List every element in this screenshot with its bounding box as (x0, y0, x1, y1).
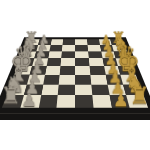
board-square[interactable] (48, 51, 62, 58)
board-square[interactable] (89, 58, 104, 66)
board-square[interactable] (38, 95, 57, 107)
board-square[interactable] (61, 51, 75, 58)
board-square[interactable] (89, 66, 105, 75)
board-square[interactable] (45, 66, 61, 75)
board-square[interactable] (75, 95, 93, 107)
board-square[interactable] (60, 66, 75, 75)
board-square[interactable] (41, 84, 59, 95)
chess-piece-wr[interactable]: ♜ (1, 85, 22, 107)
board-square[interactable] (61, 58, 75, 66)
board-square[interactable] (43, 75, 60, 85)
chess-piece-bp[interactable]: ♟ (113, 91, 129, 108)
board-square[interactable] (75, 66, 90, 75)
board-square[interactable] (46, 58, 61, 66)
board-square[interactable] (92, 95, 111, 107)
board-square[interactable] (75, 51, 89, 58)
board-side-edge (0, 113, 150, 120)
board-square[interactable] (75, 84, 92, 95)
chess-board: ♜♟♟♜♞♟♟♞♝♟♟♝♛♟♟♛♚♟♟♚♝♟♟♝♞♟♟♞♜♟♟♜ (2, 39, 148, 108)
board-square[interactable]: ♟ (109, 95, 130, 107)
chess-piece-br[interactable]: ♜ (128, 85, 149, 107)
board-square[interactable] (57, 95, 75, 107)
chess-set-photo: ♜♟♟♜♞♟♟♞♝♟♟♝♛♟♟♛♚♟♟♚♝♟♟♝♞♟♟♞♜♟♟♜ (0, 0, 150, 150)
board-square[interactable]: ♜ (126, 95, 148, 107)
board-square[interactable] (59, 75, 75, 85)
board-square[interactable] (75, 75, 91, 85)
board-square[interactable] (88, 51, 102, 58)
chess-piece-wp[interactable]: ♟ (21, 91, 37, 108)
board-frame: ♜♟♟♜♞♟♟♞♝♟♟♝♛♟♟♛♚♟♟♚♝♟♟♝♞♟♟♞♜♟♟♜ (0, 37, 150, 113)
board-scene: ♜♟♟♜♞♟♟♞♝♟♟♝♛♟♟♛♚♟♟♚♝♟♟♝♞♟♟♞♜♟♟♜ (0, 0, 150, 113)
board-square[interactable] (75, 58, 89, 66)
board-square[interactable] (58, 84, 75, 95)
